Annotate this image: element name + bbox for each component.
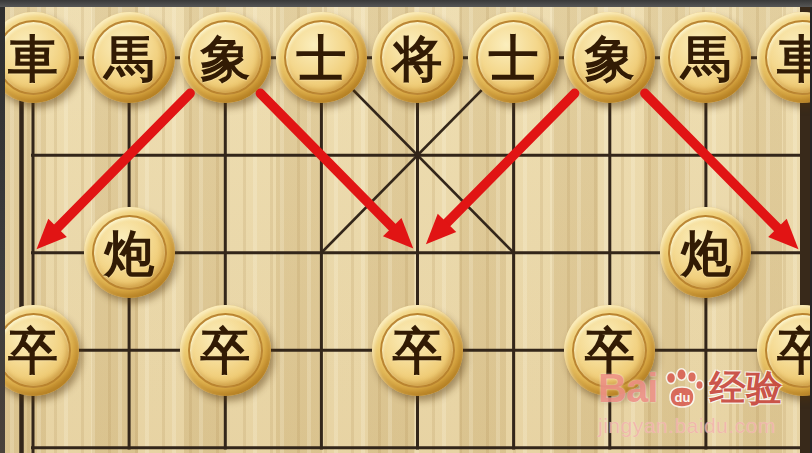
paw-du-text: du xyxy=(675,390,691,405)
baidu-jingyan-watermark: Bai du 经验 jingyan.baidu.com xyxy=(598,364,783,438)
watermark-logo-row: Bai du 经验 xyxy=(598,364,783,413)
move-arrow xyxy=(645,93,799,249)
watermark-url: jingyan.baidu.com xyxy=(598,414,783,438)
move-arrow xyxy=(260,93,413,248)
top-window-bar xyxy=(0,0,812,7)
move-arrow xyxy=(37,93,191,249)
baidu-logo-text: Bai xyxy=(598,366,657,411)
xiangqi-tutorial-screenshot: 車馬象士将士象馬車炮炮卒卒卒卒卒 Bai du 经验 jingyan.baidu… xyxy=(0,0,812,453)
left-edge-strip xyxy=(0,0,5,453)
baidu-paw-icon: du xyxy=(660,367,706,411)
jingyan-logo-text: 经验 xyxy=(709,364,783,413)
move-arrow xyxy=(426,93,575,244)
